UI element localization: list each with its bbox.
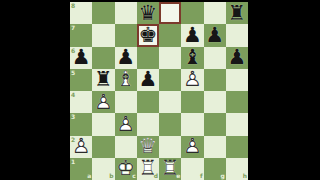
piece-black-pawn: ♟	[226, 47, 248, 69]
square-c5[interactable]: ♝♗	[115, 69, 137, 91]
white-piece-body: ♟	[70, 136, 92, 158]
white-piece-outline: ♙	[92, 91, 114, 113]
rank-label-7: 7	[71, 25, 75, 31]
rank-label-8: 8	[71, 3, 75, 9]
square-b5[interactable]: ♜	[92, 69, 114, 91]
piece-white-rook: ♜♖	[159, 158, 181, 180]
square-g1[interactable]: g	[204, 158, 226, 180]
white-piece-body: ♟	[181, 136, 203, 158]
square-c6[interactable]: ♟	[115, 47, 137, 69]
square-c4[interactable]	[115, 91, 137, 113]
square-g5[interactable]	[204, 69, 226, 91]
square-g8[interactable]	[204, 2, 226, 24]
file-label-h: h	[243, 173, 247, 179]
white-piece-body: ♟	[92, 91, 114, 113]
square-h1[interactable]: h	[226, 158, 248, 180]
piece-white-pawn: ♟♙	[115, 113, 137, 135]
square-b6[interactable]	[92, 47, 114, 69]
white-piece-body: ♛	[137, 136, 159, 158]
piece-black-pawn: ♟	[137, 69, 159, 91]
piece-white-pawn: ♟♙	[181, 136, 203, 158]
white-piece-outline: ♙	[70, 136, 92, 158]
square-a5[interactable]: 5	[70, 69, 92, 91]
square-f2[interactable]: ♟♙	[181, 136, 203, 158]
white-piece-outline: ♙	[115, 113, 137, 135]
square-a8[interactable]: 8	[70, 2, 92, 24]
square-d7[interactable]: ♚	[137, 24, 159, 46]
piece-white-queen: ♛♕	[137, 136, 159, 158]
rank-label-4: 4	[71, 92, 75, 98]
square-c3[interactable]: ♟♙	[115, 113, 137, 135]
file-label-d: d	[154, 173, 158, 179]
square-b2[interactable]	[92, 136, 114, 158]
square-f6[interactable]: ♝	[181, 47, 203, 69]
square-e1[interactable]: e♜♖	[159, 158, 181, 180]
rank-label-2: 2	[71, 137, 75, 143]
white-piece-body: ♝	[115, 69, 137, 91]
square-e6[interactable]	[159, 47, 181, 69]
piece-black-bishop: ♝	[181, 47, 203, 69]
file-label-a: a	[87, 173, 91, 179]
square-a7[interactable]: 7	[70, 24, 92, 46]
white-piece-body: ♚	[115, 158, 137, 180]
square-c1[interactable]: c♚♔	[115, 158, 137, 180]
square-a2[interactable]: 2♟♙	[70, 136, 92, 158]
square-d1[interactable]: d♜♖	[137, 158, 159, 180]
square-f4[interactable]	[181, 91, 203, 113]
square-d5[interactable]: ♟	[137, 69, 159, 91]
square-f7[interactable]: ♟	[181, 24, 203, 46]
white-piece-outline: ♖	[137, 158, 159, 180]
square-b3[interactable]	[92, 113, 114, 135]
square-a3[interactable]: 3	[70, 113, 92, 135]
white-piece-body: ♜	[159, 158, 181, 180]
square-d8[interactable]: ♛	[137, 2, 159, 24]
rank-label-6: 6	[71, 48, 75, 54]
piece-white-pawn: ♟♙	[92, 91, 114, 113]
square-d6[interactable]	[137, 47, 159, 69]
square-d3[interactable]	[137, 113, 159, 135]
square-e4[interactable]	[159, 91, 181, 113]
square-d4[interactable]	[137, 91, 159, 113]
square-c7[interactable]	[115, 24, 137, 46]
file-label-c: c	[132, 173, 136, 179]
piece-black-pawn: ♟	[115, 47, 137, 69]
square-e5[interactable]	[159, 69, 181, 91]
white-piece-body: ♟	[181, 69, 203, 91]
white-piece-outline: ♙	[181, 69, 203, 91]
square-f5[interactable]: ♟♙	[181, 69, 203, 91]
square-a4[interactable]: 4	[70, 91, 92, 113]
square-f8[interactable]	[181, 2, 203, 24]
square-g4[interactable]	[204, 91, 226, 113]
square-b4[interactable]: ♟♙	[92, 91, 114, 113]
square-a6[interactable]: 6♟	[70, 47, 92, 69]
square-h2[interactable]	[226, 136, 248, 158]
square-f1[interactable]: f	[181, 158, 203, 180]
square-h4[interactable]	[226, 91, 248, 113]
rank-label-3: 3	[71, 114, 75, 120]
piece-black-queen: ♛	[137, 2, 159, 24]
file-label-b: b	[109, 173, 113, 179]
piece-black-rook: ♜	[226, 2, 248, 24]
square-b7[interactable]	[92, 24, 114, 46]
piece-white-pawn: ♟♙	[70, 136, 92, 158]
square-c8[interactable]	[115, 2, 137, 24]
square-b8[interactable]	[92, 2, 114, 24]
piece-white-rook: ♜♖	[137, 158, 159, 180]
piece-black-rook: ♜	[92, 69, 114, 91]
file-label-g: g	[220, 173, 224, 179]
piece-white-pawn: ♟♙	[181, 69, 203, 91]
square-h7[interactable]	[226, 24, 248, 46]
white-piece-body: ♜	[137, 158, 159, 180]
piece-black-pawn: ♟	[204, 24, 226, 46]
square-g2[interactable]	[204, 136, 226, 158]
piece-white-bishop: ♝♗	[115, 69, 137, 91]
square-e2[interactable]	[159, 136, 181, 158]
square-h5[interactable]	[226, 69, 248, 91]
piece-black-pawn: ♟	[70, 47, 92, 69]
rank-label-1: 1	[71, 159, 75, 165]
rank-label-5: 5	[71, 70, 75, 76]
square-c2[interactable]	[115, 136, 137, 158]
file-label-f: f	[200, 173, 203, 179]
piece-white-king: ♚♔	[115, 158, 137, 180]
page-background: 8♛♜7♚♟♟6♟♟♝♟5♜♝♗♟♟♙4♟♙3♟♙2♟♙♛♕♟♙1abc♚♔d♜…	[0, 0, 320, 180]
white-piece-outline: ♙	[181, 136, 203, 158]
piece-black-king: ♚	[137, 24, 159, 46]
square-d2[interactable]: ♛♕	[137, 136, 159, 158]
white-piece-outline: ♕	[137, 136, 159, 158]
white-piece-outline: ♗	[115, 69, 137, 91]
square-h6[interactable]: ♟	[226, 47, 248, 69]
square-a1[interactable]: 1a	[70, 158, 92, 180]
white-piece-outline: ♖	[159, 158, 181, 180]
square-h8[interactable]: ♜	[226, 2, 248, 24]
chess-board: 8♛♜7♚♟♟6♟♟♝♟5♜♝♗♟♟♙4♟♙3♟♙2♟♙♛♕♟♙1abc♚♔d♜…	[70, 2, 248, 180]
square-b1[interactable]: b	[92, 158, 114, 180]
square-h3[interactable]	[226, 113, 248, 135]
square-e8[interactable]	[159, 2, 181, 24]
white-piece-body: ♟	[115, 113, 137, 135]
square-f3[interactable]	[181, 113, 203, 135]
square-e3[interactable]	[159, 113, 181, 135]
white-piece-outline: ♔	[115, 158, 137, 180]
square-g3[interactable]	[204, 113, 226, 135]
piece-black-pawn: ♟	[181, 24, 203, 46]
square-g7[interactable]: ♟	[204, 24, 226, 46]
file-label-e: e	[176, 173, 180, 179]
square-e7[interactable]	[159, 24, 181, 46]
square-g6[interactable]	[204, 47, 226, 69]
